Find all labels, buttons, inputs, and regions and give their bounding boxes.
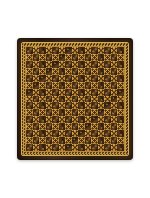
mosaic-border-band xyxy=(21,42,129,156)
board-square xyxy=(117,61,124,68)
board-square xyxy=(117,96,124,103)
board-square xyxy=(117,75,124,82)
board-square xyxy=(117,109,124,116)
playing-field-border xyxy=(25,46,125,152)
board-square xyxy=(117,116,124,123)
board-square xyxy=(117,137,124,144)
board-square xyxy=(117,130,124,137)
board-square xyxy=(117,47,124,54)
board-square xyxy=(117,123,124,130)
photo-background xyxy=(0,0,150,198)
board-square xyxy=(117,102,124,109)
board-square xyxy=(117,82,124,89)
board-square xyxy=(117,89,124,96)
checkerboard-field xyxy=(26,47,124,151)
game-board-frame xyxy=(17,38,133,160)
board-square xyxy=(117,144,124,151)
board-square xyxy=(117,68,124,75)
board-square xyxy=(117,54,124,61)
